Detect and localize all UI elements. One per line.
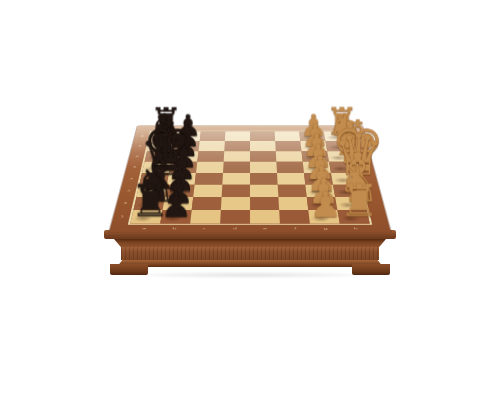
board-square <box>190 210 221 224</box>
board-square <box>193 185 222 197</box>
board-square: ♟ <box>175 131 201 141</box>
board-square <box>225 131 250 141</box>
board-square <box>250 162 277 173</box>
board-square <box>199 141 225 151</box>
board-square: ♟ <box>171 151 199 162</box>
board-square <box>250 210 280 224</box>
black-knight: ♞ <box>147 109 173 151</box>
board-square: ♚ <box>329 162 358 173</box>
board-square <box>279 210 310 224</box>
board-square: ♝ <box>145 151 173 162</box>
board-square: ♜ <box>130 210 162 224</box>
rank-label: 1 <box>116 210 128 224</box>
board-square: ♟ <box>169 162 197 173</box>
board-square: ♟ <box>299 131 325 141</box>
black-rook: ♜ <box>150 103 175 140</box>
file-label: a <box>129 226 160 230</box>
board-square <box>221 197 250 210</box>
file-label: b <box>159 226 190 230</box>
board-square <box>277 173 305 185</box>
board-square <box>192 197 222 210</box>
board-square: ♛ <box>331 173 361 185</box>
file-label: g <box>310 226 341 230</box>
board-square <box>195 173 223 185</box>
board-square <box>250 185 278 197</box>
board-square <box>275 131 301 141</box>
chess-board: ♜♟♟♜♞♟♟♞♝♟♟♝♚♟♟♚♛♟♟♛♝♟♟♝♞♟♟♞♜♟♟♜ abcdefg… <box>109 126 391 233</box>
board-square <box>197 151 224 162</box>
board-square <box>250 141 276 151</box>
board-square: ♟ <box>300 141 327 151</box>
file-label: c <box>189 226 220 230</box>
board-square <box>250 131 275 141</box>
rank-label: 2 <box>119 197 131 210</box>
board-square: ♝ <box>327 151 355 162</box>
board-square <box>278 197 308 210</box>
board-square <box>275 141 301 151</box>
board-scene: ♜♟♟♜♞♟♟♞♝♟♟♝♚♟♟♚♛♟♟♛♝♟♟♝♞♟♟♞♜♟♟♜ abcdefg… <box>125 48 375 298</box>
black-pawn: ♟ <box>165 162 193 196</box>
file-label: f <box>280 226 311 230</box>
board-square <box>276 151 303 162</box>
white-rook: ♜ <box>325 103 350 140</box>
board-square <box>224 151 250 162</box>
board-square: ♛ <box>139 173 169 185</box>
board-square: ♞ <box>147 141 175 151</box>
rank-label: 4 <box>126 173 137 185</box>
board-square <box>222 185 250 197</box>
rank-label: 7 <box>135 141 145 151</box>
board-square: ♞ <box>325 141 353 151</box>
board-square <box>220 210 250 224</box>
board-square <box>223 162 250 173</box>
board-square: ♟ <box>163 197 194 210</box>
board-square: ♟ <box>167 173 196 185</box>
board-square: ♜ <box>149 131 176 141</box>
board-square: ♟ <box>173 141 200 151</box>
board-squares: ♜♟♟♜♞♟♟♞♝♟♟♝♚♟♟♚♛♟♟♛♝♟♟♝♞♟♟♞♜♟♟♜ <box>128 131 372 225</box>
file-label: h <box>340 226 371 230</box>
board-square: ♟ <box>307 197 338 210</box>
board-square: ♞ <box>133 197 164 210</box>
rank-label: 8 <box>137 131 147 141</box>
file-coordinates: abcdefgh <box>129 226 372 230</box>
board-square: ♝ <box>333 185 364 197</box>
board-square <box>196 162 224 173</box>
board-square: ♞ <box>335 197 366 210</box>
file-label: e <box>250 226 280 230</box>
board-square: ♜ <box>337 210 369 224</box>
chess-set-product-photo: ♜♟♟♜♞♟♟♞♝♟♟♝♚♟♟♚♛♟♟♛♝♟♟♝♞♟♟♞♜♟♟♜ abcdefg… <box>0 0 500 400</box>
board-square <box>276 162 304 173</box>
board-square <box>200 131 226 141</box>
rank-label: 5 <box>129 162 140 173</box>
board-square: ♟ <box>165 185 195 197</box>
white-knight: ♞ <box>327 109 353 151</box>
board-square: ♟ <box>301 151 329 162</box>
board-square: ♟ <box>303 162 331 173</box>
white-pawn: ♟ <box>307 162 335 196</box>
board-square: ♚ <box>142 162 171 173</box>
board-square <box>224 141 250 151</box>
board-square <box>222 173 250 185</box>
board-square: ♟ <box>304 173 333 185</box>
board-square <box>250 151 276 162</box>
file-label: d <box>220 226 250 230</box>
board-square: ♟ <box>308 210 340 224</box>
rank-label: 6 <box>132 151 142 162</box>
board-square: ♟ <box>160 210 192 224</box>
black-pawn: ♟ <box>175 111 200 141</box>
board-square: ♜ <box>324 131 351 141</box>
board-square <box>250 197 279 210</box>
board-square: ♝ <box>136 185 167 197</box>
board-square: ♟ <box>305 185 335 197</box>
board-square <box>278 185 307 197</box>
board-square <box>250 173 278 185</box>
white-pawn: ♟ <box>300 111 325 141</box>
rank-label: 3 <box>123 185 134 197</box>
